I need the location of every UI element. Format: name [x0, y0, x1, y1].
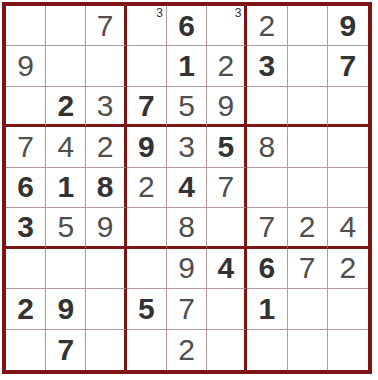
cell-r4c1[interactable]: 7 — [6, 127, 46, 167]
cell-r9c5[interactable]: 2 — [167, 330, 207, 370]
cell-r5c6[interactable]: 7 — [207, 168, 247, 208]
cell-r2c2[interactable] — [46, 46, 86, 86]
cell-r3c7[interactable] — [247, 87, 287, 127]
cell-r9c8[interactable] — [288, 330, 328, 370]
cell-r3c9[interactable] — [328, 87, 368, 127]
cell-r2c8[interactable] — [288, 46, 328, 86]
cell-r9c2[interactable]: 7 — [46, 330, 86, 370]
solved-digit: 8 — [178, 212, 195, 242]
cell-r3c6[interactable]: 9 — [207, 87, 247, 127]
cell-r2c7[interactable]: 3 — [247, 46, 287, 86]
cell-r6c1[interactable]: 3 — [6, 208, 46, 248]
given-digit: 7 — [57, 335, 74, 365]
cell-r1c5[interactable]: 6 — [167, 6, 207, 46]
solved-digit: 9 — [97, 212, 114, 242]
cell-r7c5[interactable]: 9 — [167, 249, 207, 289]
cell-r1c8[interactable] — [288, 6, 328, 46]
cell-r2c5[interactable]: 1 — [167, 46, 207, 86]
cell-r1c6[interactable]: 3 — [207, 6, 247, 46]
given-digit: 9 — [138, 132, 155, 162]
given-digit: 6 — [178, 11, 195, 41]
cell-r7c7[interactable]: 6 — [247, 249, 287, 289]
cell-r3c4[interactable]: 7 — [127, 87, 167, 127]
cell-r6c4[interactable] — [127, 208, 167, 248]
solved-digit: 9 — [178, 253, 195, 283]
cell-r1c7[interactable]: 2 — [247, 6, 287, 46]
solved-digit: 5 — [57, 212, 74, 242]
solved-digit: 4 — [340, 212, 357, 242]
solved-digit: 7 — [299, 253, 316, 283]
cell-r6c7[interactable]: 7 — [247, 208, 287, 248]
given-digit: 3 — [17, 212, 34, 242]
given-digit: 7 — [138, 91, 155, 121]
cell-r4c7[interactable]: 8 — [247, 127, 287, 167]
cell-r4c6[interactable]: 5 — [207, 127, 247, 167]
cell-r8c6[interactable] — [207, 289, 247, 329]
cell-r2c4[interactable] — [127, 46, 167, 86]
cell-r1c2[interactable] — [46, 6, 86, 46]
given-digit: 5 — [138, 294, 155, 324]
solved-digit: 2 — [299, 212, 316, 242]
given-digit: 9 — [340, 11, 357, 41]
cell-r8c3[interactable] — [86, 289, 126, 329]
solved-digit: 4 — [57, 132, 74, 162]
solved-digit: 2 — [138, 172, 155, 202]
cell-r1c1[interactable] — [6, 6, 46, 46]
cell-r5c2[interactable]: 1 — [46, 168, 86, 208]
solved-digit: 5 — [178, 91, 195, 121]
cell-r8c7[interactable]: 1 — [247, 289, 287, 329]
cell-r6c3[interactable]: 9 — [86, 208, 126, 248]
cell-r2c9[interactable]: 7 — [328, 46, 368, 86]
cell-r6c6[interactable] — [207, 208, 247, 248]
given-digit: 2 — [17, 294, 34, 324]
cell-r7c2[interactable] — [46, 249, 86, 289]
cell-r2c3[interactable] — [86, 46, 126, 86]
solved-digit: 8 — [259, 132, 276, 162]
cell-r8c9[interactable] — [328, 289, 368, 329]
cell-r3c8[interactable] — [288, 87, 328, 127]
cell-r5c8[interactable] — [288, 168, 328, 208]
given-digit: 2 — [57, 91, 74, 121]
cell-r6c5[interactable]: 8 — [167, 208, 207, 248]
given-digit: 1 — [178, 51, 195, 81]
cell-r1c9[interactable]: 9 — [328, 6, 368, 46]
given-digit: 4 — [178, 172, 195, 202]
solved-digit: 2 — [97, 132, 114, 162]
cell-r4c9[interactable] — [328, 127, 368, 167]
cell-r2c6[interactable]: 2 — [207, 46, 247, 86]
cell-r9c9[interactable] — [328, 330, 368, 370]
cell-r6c8[interactable]: 2 — [288, 208, 328, 248]
cell-r4c5[interactable]: 3 — [167, 127, 207, 167]
cell-r8c4[interactable]: 5 — [127, 289, 167, 329]
given-digit: 6 — [259, 253, 276, 283]
solved-digit: 7 — [217, 172, 234, 202]
cell-r9c1[interactable] — [6, 330, 46, 370]
pencil-mark: 3 — [235, 7, 242, 19]
cell-r7c1[interactable] — [6, 249, 46, 289]
cell-r8c2[interactable]: 9 — [46, 289, 86, 329]
cell-r1c3[interactable]: 7 — [86, 6, 126, 46]
cell-r5c7[interactable] — [247, 168, 287, 208]
solved-digit: 2 — [340, 253, 357, 283]
cell-r4c8[interactable] — [288, 127, 328, 167]
solved-digit: 2 — [259, 11, 276, 41]
cell-r7c3[interactable] — [86, 249, 126, 289]
solved-digit: 3 — [97, 91, 114, 121]
cell-r8c8[interactable] — [288, 289, 328, 329]
solved-digit: 9 — [217, 91, 234, 121]
cell-r3c5[interactable]: 5 — [167, 87, 207, 127]
cell-r5c1[interactable]: 6 — [6, 168, 46, 208]
cell-r5c9[interactable] — [328, 168, 368, 208]
solved-digit: 7 — [17, 132, 34, 162]
solved-digit: 3 — [178, 132, 195, 162]
solved-digit: 9 — [17, 51, 34, 81]
cell-r9c3[interactable] — [86, 330, 126, 370]
cell-r7c9[interactable]: 2 — [328, 249, 368, 289]
cell-r5c5[interactable]: 4 — [167, 168, 207, 208]
given-digit: 5 — [217, 132, 234, 162]
given-digit: 9 — [57, 294, 74, 324]
cell-r6c2[interactable]: 5 — [46, 208, 86, 248]
given-digit: 1 — [259, 294, 276, 324]
cell-r9c4[interactable] — [127, 330, 167, 370]
cell-r6c9[interactable]: 4 — [328, 208, 368, 248]
cell-r4c3[interactable]: 2 — [86, 127, 126, 167]
cell-r3c3[interactable]: 3 — [86, 87, 126, 127]
given-digit: 4 — [217, 253, 234, 283]
cell-r9c7[interactable] — [247, 330, 287, 370]
sudoku-board: 7363299123723759742935861824735987249467… — [2, 2, 372, 374]
cell-r3c1[interactable] — [6, 87, 46, 127]
solved-digit: 2 — [178, 335, 195, 365]
given-digit: 1 — [57, 172, 74, 202]
given-digit: 6 — [17, 172, 34, 202]
pencil-mark: 3 — [156, 7, 163, 19]
cell-r2c1[interactable]: 9 — [6, 46, 46, 86]
solved-digit: 7 — [178, 294, 195, 324]
solved-digit: 2 — [217, 51, 234, 81]
given-digit: 7 — [340, 51, 357, 81]
given-digit: 8 — [97, 172, 114, 202]
cell-r8c5[interactable]: 7 — [167, 289, 207, 329]
cell-r1c4[interactable]: 3 — [127, 6, 167, 46]
cell-r5c3[interactable]: 8 — [86, 168, 126, 208]
solved-digit: 7 — [259, 212, 276, 242]
solved-digit: 7 — [97, 11, 114, 41]
cell-r4c2[interactable]: 4 — [46, 127, 86, 167]
cell-r3c2[interactable]: 2 — [46, 87, 86, 127]
sudoku-app: 7363299123723759742935861824735987249467… — [0, 0, 378, 380]
cell-r9c6[interactable] — [207, 330, 247, 370]
cell-r4c4[interactable]: 9 — [127, 127, 167, 167]
cell-r7c4[interactable] — [127, 249, 167, 289]
cell-r8c1[interactable]: 2 — [6, 289, 46, 329]
given-digit: 3 — [259, 51, 276, 81]
cell-r5c4[interactable]: 2 — [127, 168, 167, 208]
cell-r7c6[interactable]: 4 — [207, 249, 247, 289]
cell-r7c8[interactable]: 7 — [288, 249, 328, 289]
